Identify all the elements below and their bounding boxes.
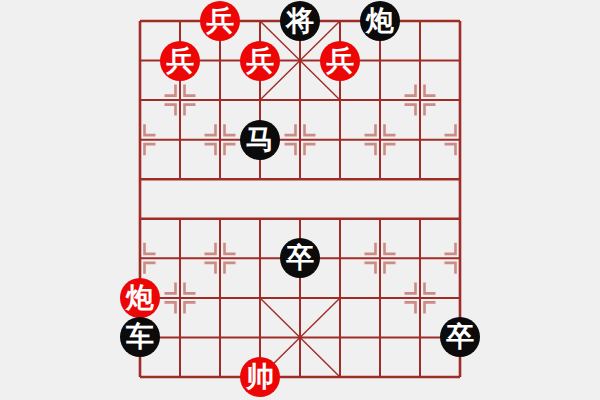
piece-red-soldier[interactable]: 兵 xyxy=(240,41,280,81)
piece-black-cannon[interactable]: 炮 xyxy=(360,1,400,41)
piece-red-soldier[interactable]: 兵 xyxy=(320,41,360,81)
piece-red-cannon[interactable]: 炮 xyxy=(120,278,160,318)
piece-black-horse[interactable]: 马 xyxy=(240,120,280,160)
piece-black-general[interactable]: 将 xyxy=(280,1,320,41)
xiangqi-board: 兵将炮兵兵兵马卒炮车卒帅 xyxy=(0,0,600,400)
piece-red-general[interactable]: 帅 xyxy=(240,357,280,397)
board-grid xyxy=(0,0,600,400)
piece-red-soldier[interactable]: 兵 xyxy=(160,41,200,81)
piece-red-soldier[interactable]: 兵 xyxy=(200,1,240,41)
